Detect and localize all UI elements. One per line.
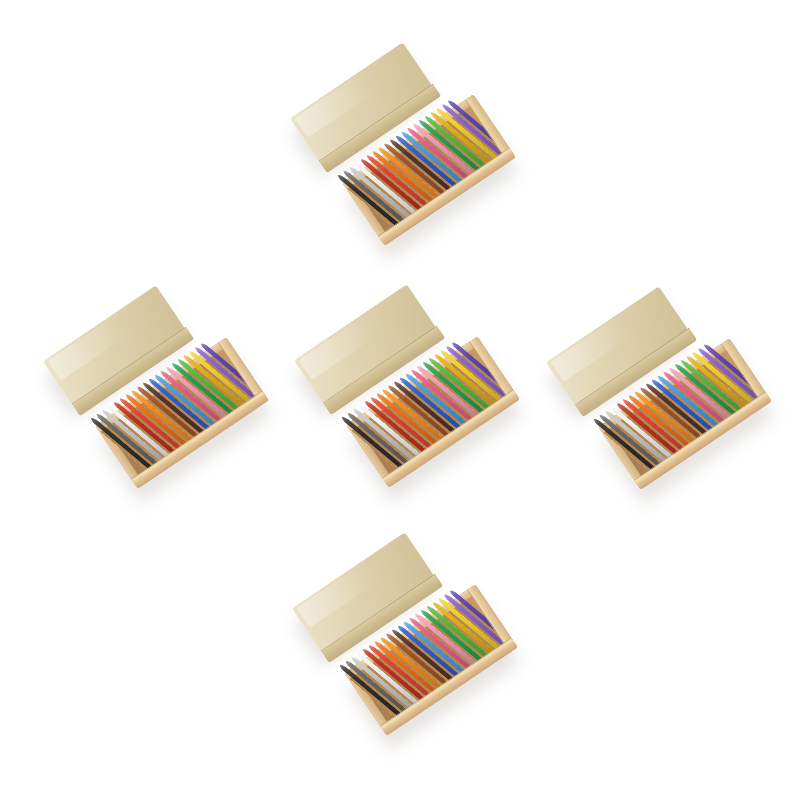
color-box-unit-bottom-center [295,526,545,741]
color-box-unit-middle-center [297,278,547,493]
color-box-unit-top-center [293,36,543,251]
color-box-unit-middle-right [549,280,799,495]
color-box-unit-middle-left [46,279,296,494]
product-photo [0,0,800,800]
